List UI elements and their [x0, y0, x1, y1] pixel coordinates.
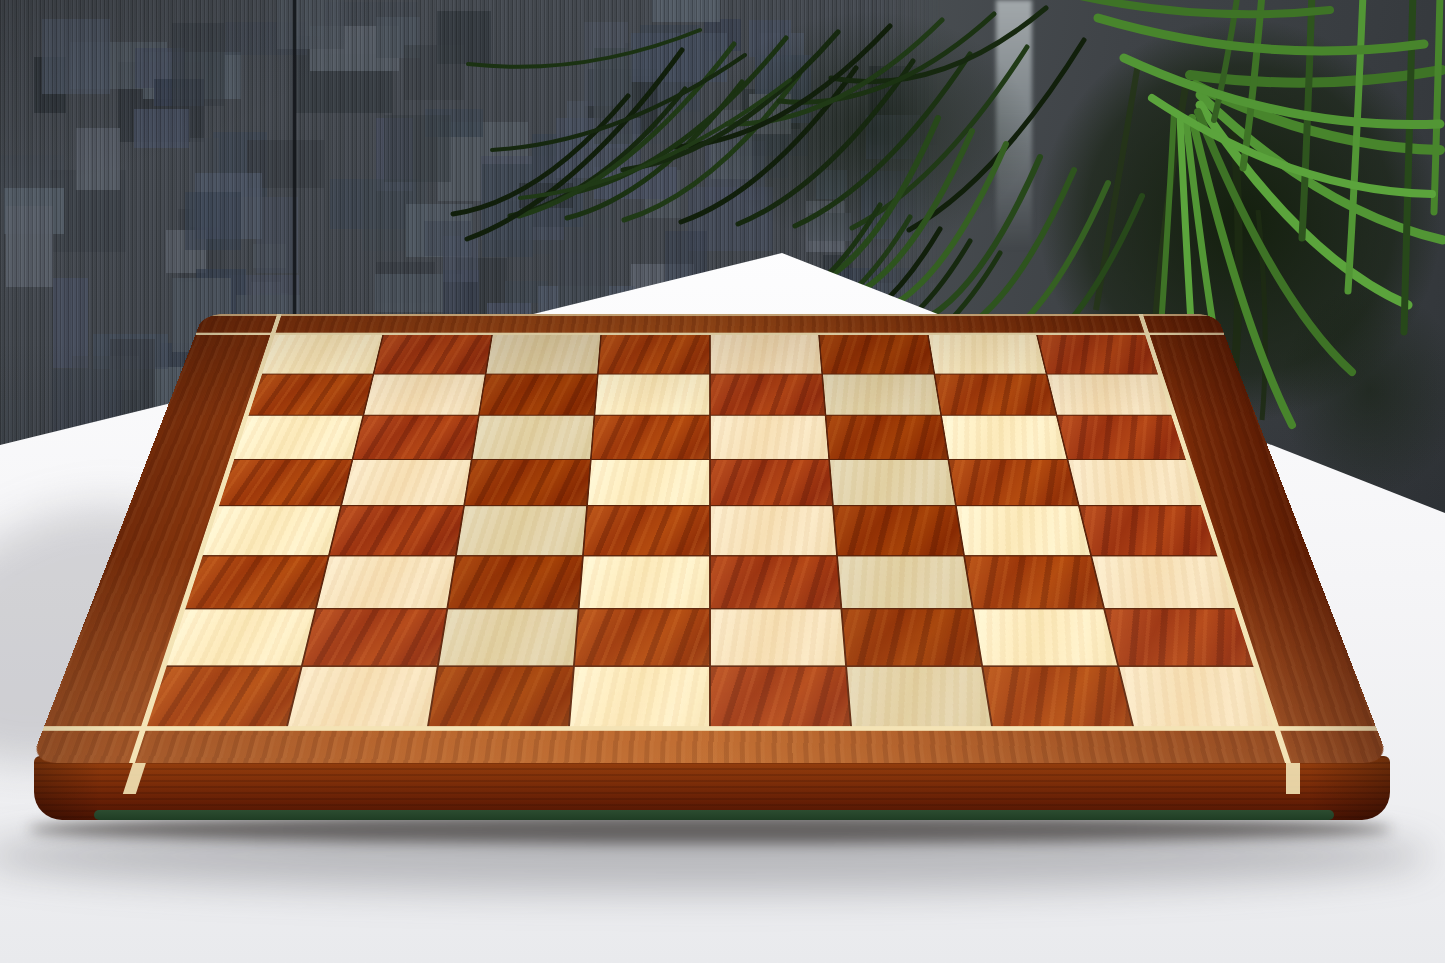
square-f3[interactable]: [838, 556, 972, 608]
square-b2[interactable]: [303, 609, 446, 665]
square-f6[interactable]: [826, 416, 947, 459]
square-f7[interactable]: [823, 374, 940, 414]
square-f4[interactable]: [834, 506, 963, 555]
chess-board: [30, 314, 1390, 763]
inlay-extension: [1144, 333, 1224, 336]
board-side-face: [34, 756, 1390, 820]
scene: [0, 0, 1445, 963]
square-a2[interactable]: [167, 609, 315, 665]
square-g1[interactable]: [983, 666, 1132, 726]
inlay-extension: [129, 726, 147, 763]
square-d7[interactable]: [595, 374, 709, 414]
square-f5[interactable]: [830, 460, 955, 506]
square-a5[interactable]: [219, 460, 351, 506]
board-bottom-green-edge: [94, 810, 1334, 820]
far-edge-highlight: [210, 314, 1210, 316]
square-b4[interactable]: [330, 506, 463, 555]
square-c7[interactable]: [480, 374, 597, 414]
square-a8[interactable]: [262, 335, 382, 373]
square-d1[interactable]: [570, 666, 709, 726]
square-g4[interactable]: [957, 506, 1090, 555]
square-b8[interactable]: [374, 335, 491, 373]
palm-leaf: [468, 30, 700, 67]
square-e1[interactable]: [711, 666, 850, 726]
square-h6[interactable]: [1058, 416, 1186, 459]
square-a4[interactable]: [203, 506, 340, 555]
square-h5[interactable]: [1068, 460, 1200, 506]
square-d5[interactable]: [588, 460, 709, 506]
square-c3[interactable]: [448, 556, 582, 608]
palm-leaf: [946, 170, 1074, 338]
square-c1[interactable]: [429, 666, 573, 726]
square-e2[interactable]: [711, 609, 845, 665]
square-d8[interactable]: [599, 335, 710, 373]
square-e3[interactable]: [711, 556, 841, 608]
square-a3[interactable]: [186, 556, 328, 608]
square-a6[interactable]: [234, 416, 362, 459]
square-b1[interactable]: [288, 666, 437, 726]
square-f2[interactable]: [842, 609, 981, 665]
square-c6[interactable]: [473, 416, 594, 459]
square-f8[interactable]: [820, 335, 934, 373]
square-a7[interactable]: [249, 374, 373, 414]
square-g7[interactable]: [935, 374, 1056, 414]
square-d4[interactable]: [584, 506, 709, 555]
square-b5[interactable]: [342, 460, 471, 506]
square-g5[interactable]: [949, 460, 1078, 506]
inlay-extension: [42, 726, 147, 731]
palm-leaf: [1080, 0, 1330, 14]
square-h4[interactable]: [1080, 506, 1217, 555]
square-d6[interactable]: [592, 416, 709, 459]
square-h7[interactable]: [1047, 374, 1171, 414]
square-e7[interactable]: [711, 374, 825, 414]
inlay-extension: [1273, 726, 1291, 763]
square-e4[interactable]: [711, 506, 836, 555]
square-e8[interactable]: [711, 335, 822, 373]
square-d3[interactable]: [580, 556, 710, 608]
inlay-extension: [1273, 726, 1378, 731]
square-g2[interactable]: [974, 609, 1117, 665]
square-h8[interactable]: [1038, 335, 1158, 373]
square-h3[interactable]: [1092, 556, 1234, 608]
square-g3[interactable]: [965, 556, 1103, 608]
square-g8[interactable]: [929, 335, 1046, 373]
square-c8[interactable]: [487, 335, 601, 373]
square-b7[interactable]: [364, 374, 485, 414]
square-e6[interactable]: [711, 416, 828, 459]
square-c2[interactable]: [439, 609, 578, 665]
rosewood-border: [30, 314, 1390, 763]
square-h2[interactable]: [1105, 609, 1253, 665]
palm-leaf: [1190, 70, 1442, 83]
square-c4[interactable]: [457, 506, 586, 555]
square-g6[interactable]: [942, 416, 1066, 459]
palm-leaf: [1434, 0, 1440, 212]
square-b6[interactable]: [354, 416, 478, 459]
square-b3[interactable]: [317, 556, 455, 608]
square-c5[interactable]: [465, 460, 590, 506]
square-a1[interactable]: [147, 666, 301, 726]
inlay-extension: [195, 333, 275, 336]
palm-leaf: [567, 82, 742, 218]
playing-field: [147, 335, 1273, 726]
square-h1[interactable]: [1119, 666, 1273, 726]
square-e5[interactable]: [711, 460, 832, 506]
square-d2[interactable]: [575, 609, 709, 665]
square-f1[interactable]: [847, 666, 991, 726]
